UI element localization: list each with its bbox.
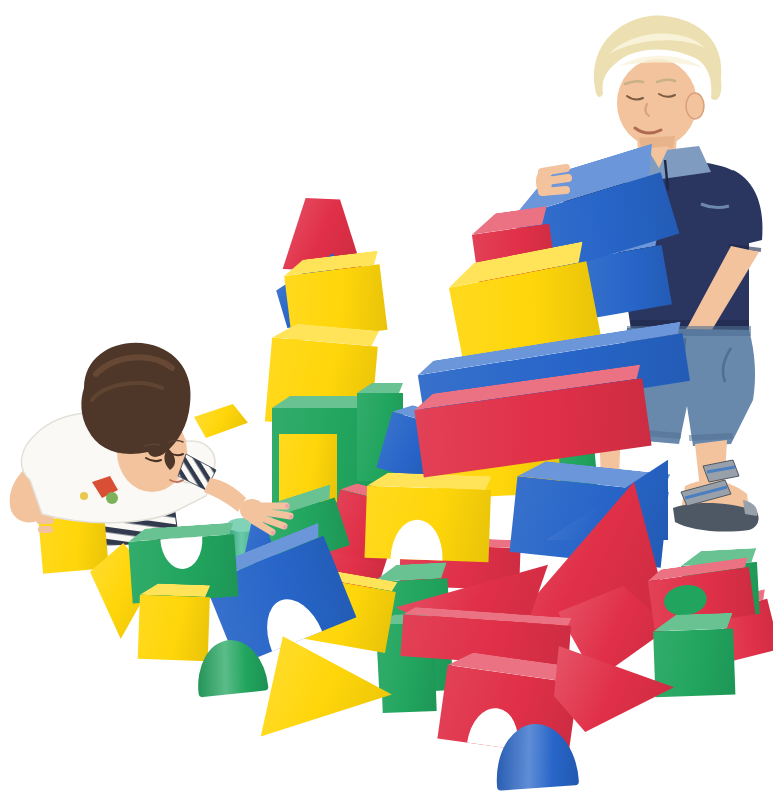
toddler-right-hand xyxy=(240,499,293,535)
boy-sandal xyxy=(673,460,759,532)
red-wedge-lower xyxy=(554,646,674,732)
boy-face xyxy=(617,59,697,147)
boy-hand-on-block xyxy=(536,162,572,202)
boy-ear xyxy=(686,93,704,119)
mid-yellow-arch xyxy=(365,472,492,562)
big-yellow-triangle xyxy=(258,634,396,742)
boy-head xyxy=(594,16,721,162)
scene-photo xyxy=(0,0,773,800)
